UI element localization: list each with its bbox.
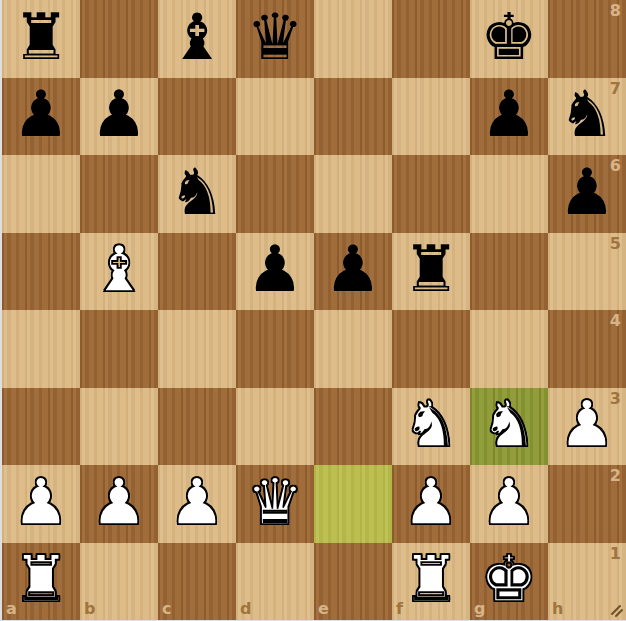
rank-label-4: 4 xyxy=(610,313,621,329)
square-h8[interactable]: 8 xyxy=(548,0,626,78)
square-c5[interactable] xyxy=(158,233,236,311)
square-f4[interactable] xyxy=(392,310,470,388)
piece-black-knight[interactable]: ♞ xyxy=(558,82,615,146)
square-d1[interactable]: d xyxy=(236,543,314,621)
piece-black-pawn[interactable]: ♟ xyxy=(324,237,381,301)
piece-black-pawn[interactable]: ♟ xyxy=(246,237,303,301)
board-resize-handle-icon[interactable] xyxy=(608,602,624,618)
piece-white-knight[interactable]: ♞ xyxy=(402,392,459,456)
square-h5[interactable]: 5 xyxy=(548,233,626,311)
square-e2[interactable] xyxy=(314,465,392,543)
rank-label-1: 1 xyxy=(610,546,621,562)
square-f8[interactable] xyxy=(392,0,470,78)
piece-white-rook[interactable]: ♜ xyxy=(12,547,69,611)
square-f1[interactable]: ♜f xyxy=(392,543,470,621)
square-b7[interactable]: ♟ xyxy=(80,78,158,156)
square-f3[interactable]: ♞ xyxy=(392,388,470,466)
square-f6[interactable] xyxy=(392,155,470,233)
square-a3[interactable] xyxy=(2,388,80,466)
piece-white-rook[interactable]: ♜ xyxy=(402,547,459,611)
square-f5[interactable]: ♜ xyxy=(392,233,470,311)
square-g1[interactable]: ♚g xyxy=(470,543,548,621)
square-b2[interactable]: ♟ xyxy=(80,465,158,543)
square-e5[interactable]: ♟ xyxy=(314,233,392,311)
square-a6[interactable] xyxy=(2,155,80,233)
square-b1[interactable]: b xyxy=(80,543,158,621)
square-d5[interactable]: ♟ xyxy=(236,233,314,311)
square-d2[interactable]: ♛ xyxy=(236,465,314,543)
piece-white-pawn[interactable]: ♟ xyxy=(480,470,537,534)
square-a4[interactable] xyxy=(2,310,80,388)
piece-white-pawn[interactable]: ♟ xyxy=(558,392,615,456)
piece-white-knight[interactable]: ♞ xyxy=(480,392,537,456)
piece-black-pawn[interactable]: ♟ xyxy=(558,160,615,224)
square-a2[interactable]: ♟ xyxy=(2,465,80,543)
square-e4[interactable] xyxy=(314,310,392,388)
square-b5[interactable]: ♝ xyxy=(80,233,158,311)
square-b8[interactable] xyxy=(80,0,158,78)
square-a1[interactable]: ♜a xyxy=(2,543,80,621)
piece-black-queen[interactable]: ♛ xyxy=(246,5,303,69)
square-e3[interactable] xyxy=(314,388,392,466)
square-e1[interactable]: e xyxy=(314,543,392,621)
square-c7[interactable] xyxy=(158,78,236,156)
square-c8[interactable]: ♝ xyxy=(158,0,236,78)
square-d4[interactable] xyxy=(236,310,314,388)
square-g2[interactable]: ♟ xyxy=(470,465,548,543)
square-g8[interactable]: ♚ xyxy=(470,0,548,78)
file-label-e: e xyxy=(318,601,329,617)
square-h2[interactable]: 2 xyxy=(548,465,626,543)
piece-white-pawn[interactable]: ♟ xyxy=(168,470,225,534)
square-a5[interactable] xyxy=(2,233,80,311)
square-c1[interactable]: c xyxy=(158,543,236,621)
piece-black-pawn[interactable]: ♟ xyxy=(12,82,69,146)
piece-white-king[interactable]: ♚ xyxy=(480,547,537,611)
piece-black-knight[interactable]: ♞ xyxy=(168,160,225,224)
square-a7[interactable]: ♟ xyxy=(2,78,80,156)
square-c6[interactable]: ♞ xyxy=(158,155,236,233)
piece-black-rook[interactable]: ♜ xyxy=(12,5,69,69)
square-f2[interactable]: ♟ xyxy=(392,465,470,543)
square-b6[interactable] xyxy=(80,155,158,233)
square-a8[interactable]: ♜ xyxy=(2,0,80,78)
file-label-b: b xyxy=(84,601,95,617)
square-e7[interactable] xyxy=(314,78,392,156)
chess-board: ♜♝♛♚8♟♟♟♞7♞♟6♝♟♟♜54♞♞♟3♟♟♟♛♟♟2♜abcde♜f♚g… xyxy=(2,0,626,620)
piece-white-pawn[interactable]: ♟ xyxy=(90,470,147,534)
piece-white-pawn[interactable]: ♟ xyxy=(402,470,459,534)
piece-black-king[interactable]: ♚ xyxy=(480,5,537,69)
rank-label-2: 2 xyxy=(610,468,621,484)
piece-black-rook[interactable]: ♜ xyxy=(402,237,459,301)
square-c2[interactable]: ♟ xyxy=(158,465,236,543)
piece-white-queen[interactable]: ♛ xyxy=(246,470,303,534)
square-b3[interactable] xyxy=(80,388,158,466)
square-g5[interactable] xyxy=(470,233,548,311)
square-d7[interactable] xyxy=(236,78,314,156)
square-h1[interactable]: h1 xyxy=(548,543,626,621)
file-label-d: d xyxy=(240,601,251,617)
square-d8[interactable]: ♛ xyxy=(236,0,314,78)
square-g3[interactable]: ♞ xyxy=(470,388,548,466)
piece-white-pawn[interactable]: ♟ xyxy=(12,470,69,534)
piece-black-pawn[interactable]: ♟ xyxy=(480,82,537,146)
square-c3[interactable] xyxy=(158,388,236,466)
square-g7[interactable]: ♟ xyxy=(470,78,548,156)
square-d3[interactable] xyxy=(236,388,314,466)
square-b4[interactable] xyxy=(80,310,158,388)
square-c4[interactable] xyxy=(158,310,236,388)
square-h4[interactable]: 4 xyxy=(548,310,626,388)
square-h7[interactable]: ♞7 xyxy=(548,78,626,156)
square-e6[interactable] xyxy=(314,155,392,233)
piece-black-bishop[interactable]: ♝ xyxy=(168,5,225,69)
square-d6[interactable] xyxy=(236,155,314,233)
square-h3[interactable]: ♟3 xyxy=(548,388,626,466)
file-label-h: h xyxy=(552,601,563,617)
piece-white-bishop[interactable]: ♝ xyxy=(90,237,147,301)
rank-label-5: 5 xyxy=(610,236,621,252)
file-label-c: c xyxy=(162,601,171,617)
square-g6[interactable] xyxy=(470,155,548,233)
square-g4[interactable] xyxy=(470,310,548,388)
rank-label-8: 8 xyxy=(610,3,621,19)
square-h6[interactable]: ♟6 xyxy=(548,155,626,233)
piece-black-pawn[interactable]: ♟ xyxy=(90,82,147,146)
chess-app: ♜♝♛♚8♟♟♟♞7♞♟6♝♟♟♜54♞♞♟3♟♟♟♛♟♟2♜abcde♜f♚g… xyxy=(0,0,626,621)
square-f7[interactable] xyxy=(392,78,470,156)
square-e8[interactable] xyxy=(314,0,392,78)
